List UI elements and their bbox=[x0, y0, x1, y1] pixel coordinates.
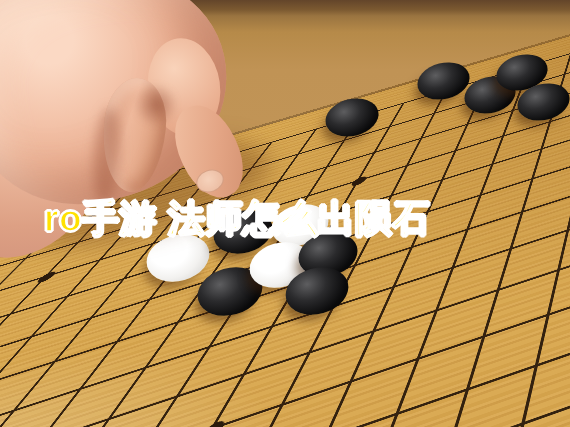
caption-text: ro手游 法师怎么出陨石 bbox=[44, 194, 430, 244]
go-photo-stage: ro手游 法师怎么出陨石 bbox=[0, 0, 570, 427]
thumb-index-crease bbox=[133, 84, 179, 126]
